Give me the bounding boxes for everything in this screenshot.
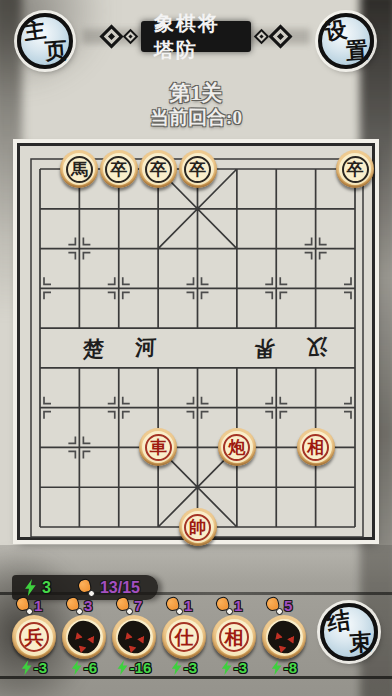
card-piece-glyph: 仕	[169, 622, 199, 652]
board-piece-black-soldier[interactable]: 卒	[139, 150, 177, 188]
board-piece-red-general[interactable]: 帥	[179, 508, 217, 546]
card-piece-ink-covered	[62, 615, 106, 659]
piece-face: 馬	[63, 153, 95, 185]
board-piece-black-soldier[interactable]: 卒	[336, 150, 374, 188]
piece-face: 卒	[103, 153, 135, 185]
card-energy-cost: -3	[184, 659, 197, 676]
card-piece-glyph: 兵	[19, 622, 49, 652]
piece-glyph: 卒	[184, 156, 211, 183]
ink-blot-overlay	[115, 618, 153, 656]
card-food-cost: 3	[84, 597, 92, 614]
card-food-cost: 1	[34, 597, 42, 614]
drumstick-icon	[216, 597, 233, 614]
drumstick-icon	[116, 597, 133, 614]
drumstick-icon	[166, 597, 183, 614]
level-label: 第1关	[0, 79, 392, 107]
board-piece-black-soldier[interactable]: 卒	[100, 150, 138, 188]
card-piece-ink-covered	[112, 615, 156, 659]
card-food-cost: 1	[234, 597, 242, 614]
card-piece-disc: 相	[212, 615, 256, 659]
piece-face: 卒	[182, 153, 214, 185]
settings-button[interactable]: 设 置	[318, 13, 374, 69]
home-button[interactable]: 主 页	[17, 13, 73, 69]
card-energy-cost: -16	[130, 659, 152, 676]
energy-icon	[221, 660, 233, 675]
drumstick-icon	[66, 597, 83, 614]
piece-card-仕[interactable]: 1仕-3	[159, 596, 209, 676]
piece-face: 相	[300, 431, 332, 463]
hud-divider-bottom	[0, 676, 392, 679]
card-energy-cost: -3	[234, 659, 247, 676]
card-energy-cost: -3	[34, 659, 47, 676]
piece-card-兵[interactable]: 1兵-3	[9, 596, 59, 676]
energy-icon	[71, 660, 83, 675]
end-turn-button[interactable]: 结 束	[320, 603, 378, 661]
card-energy-cost: -8	[284, 659, 297, 676]
board-piece-black-soldier[interactable]: 卒	[179, 150, 217, 188]
energy-icon	[117, 660, 129, 675]
piece-card-tray: 1兵-33-67-161仕-31相-35-8	[9, 596, 309, 676]
drumstick-icon	[78, 579, 95, 596]
piece-face: 車	[142, 431, 174, 463]
page-title: 象棋将塔防	[141, 21, 251, 52]
energy-icon	[21, 660, 33, 675]
card-food-cost: 7	[134, 597, 142, 614]
xiangqi-board[interactable]: 楚 河 汉 界 馬卒卒卒卒車炮相帥	[17, 143, 375, 540]
banner-ornament-right	[256, 28, 289, 45]
energy-icon	[271, 660, 283, 675]
piece-card-相[interactable]: 1相-3	[209, 596, 259, 676]
food-value: 13/15	[100, 579, 140, 597]
piece-glyph: 卒	[342, 156, 369, 183]
piece-glyph: 卒	[145, 156, 172, 183]
river-label-chu-he: 楚 河	[83, 332, 170, 363]
round-label: 当前回合:0	[0, 105, 392, 131]
piece-face: 卒	[339, 153, 371, 185]
piece-glyph: 炮	[223, 434, 250, 461]
energy-value: 3	[42, 579, 51, 597]
piece-face: 炮	[221, 431, 253, 463]
board-piece-red-elephant[interactable]: 相	[297, 428, 335, 466]
card-piece-ink-covered	[262, 615, 306, 659]
piece-face: 帥	[182, 511, 214, 543]
piece-glyph: 車	[145, 434, 172, 461]
piece-card-hidden[interactable]: 7-16	[109, 596, 159, 676]
drumstick-icon	[266, 597, 283, 614]
card-piece-disc: 兵	[12, 615, 56, 659]
piece-glyph: 帥	[184, 514, 211, 541]
piece-glyph: 卒	[105, 156, 132, 183]
piece-glyph: 馬	[66, 156, 93, 183]
piece-glyph: 相	[302, 434, 329, 461]
card-piece-disc: 仕	[162, 615, 206, 659]
river-label-han-jie: 汉 界	[241, 332, 328, 363]
settings-button-label: 置	[345, 39, 368, 62]
ink-blot-overlay	[265, 618, 303, 656]
piece-card-hidden[interactable]: 3-6	[59, 596, 109, 676]
card-food-cost: 5	[284, 597, 292, 614]
energy-icon	[171, 660, 183, 675]
title-banner: 象棋将塔防	[98, 21, 294, 52]
card-energy-cost: -6	[84, 659, 97, 676]
home-button-label: 页	[44, 39, 67, 62]
end-turn-label: 束	[348, 630, 373, 655]
card-piece-glyph: 相	[219, 622, 249, 652]
game-screen: 主 页 象棋将塔防 设 置 第1关 当前回合:0 楚 河 汉 界 馬卒卒卒卒車炮…	[0, 0, 392, 696]
piece-face: 卒	[142, 153, 174, 185]
energy-icon	[24, 579, 37, 596]
drumstick-icon	[16, 597, 33, 614]
piece-card-hidden[interactable]: 5-8	[259, 596, 309, 676]
banner-ornament-left	[103, 28, 136, 45]
card-food-cost: 1	[184, 597, 192, 614]
ink-blot-overlay	[65, 618, 103, 656]
